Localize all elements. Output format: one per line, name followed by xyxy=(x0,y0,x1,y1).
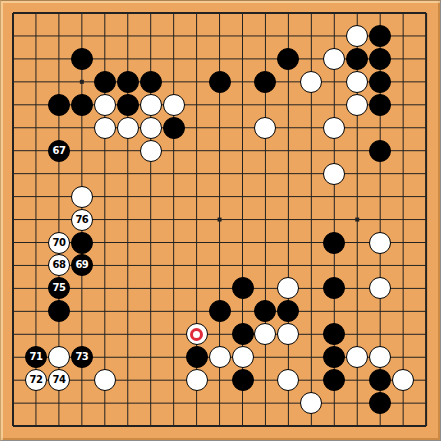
circle-marker xyxy=(190,328,203,341)
stone-white xyxy=(346,94,368,116)
stone-black xyxy=(94,71,116,93)
stone-black xyxy=(71,232,93,254)
stone-white xyxy=(232,346,254,368)
stone-black xyxy=(323,232,345,254)
stone-white xyxy=(369,232,391,254)
move-number: 76 xyxy=(75,215,88,225)
stone-black xyxy=(209,300,231,322)
stone-white xyxy=(140,94,162,116)
star-point xyxy=(218,218,222,222)
stone-black xyxy=(346,48,368,70)
star-point xyxy=(355,218,359,222)
stone-white xyxy=(163,94,185,116)
move-number: 75 xyxy=(52,283,65,293)
stone-white xyxy=(323,163,345,185)
move-number: 71 xyxy=(29,352,42,362)
move-number: 70 xyxy=(52,238,65,248)
move-number: 72 xyxy=(29,375,42,385)
stone-black xyxy=(232,369,254,391)
move-number-stone: 76 xyxy=(71,209,93,231)
move-number-stone: 73 xyxy=(71,346,93,368)
move-number-stone: 67 xyxy=(48,140,70,162)
stone-white xyxy=(94,94,116,116)
stone-white xyxy=(94,117,116,139)
stone-white xyxy=(346,71,368,93)
stone-white xyxy=(186,369,208,391)
stone-black xyxy=(369,94,391,116)
go-board[interactable]: 67767068697571737274 xyxy=(0,0,441,441)
stone-white xyxy=(140,140,162,162)
stone-white xyxy=(117,117,139,139)
stone-black xyxy=(369,48,391,70)
stone-white xyxy=(48,346,70,368)
stone-black xyxy=(48,94,70,116)
stone-white xyxy=(140,117,162,139)
move-number: 74 xyxy=(52,375,65,385)
stone-black xyxy=(163,117,185,139)
move-number-stone: 72 xyxy=(25,369,47,391)
stone-white xyxy=(209,346,231,368)
stone-black xyxy=(369,25,391,47)
stone-black xyxy=(232,277,254,299)
move-number-stone: 70 xyxy=(48,232,70,254)
stone-white xyxy=(71,186,93,208)
stone-black xyxy=(140,71,162,93)
stone-white xyxy=(186,323,208,345)
stone-black xyxy=(117,94,139,116)
star-point xyxy=(80,80,84,84)
stone-black xyxy=(369,71,391,93)
stone-white xyxy=(94,369,116,391)
stone-black xyxy=(71,94,93,116)
stone-black xyxy=(186,346,208,368)
stone-black xyxy=(209,71,231,93)
move-number: 67 xyxy=(52,146,65,156)
move-number: 69 xyxy=(75,260,88,270)
move-number-stone: 74 xyxy=(48,369,70,391)
stone-black xyxy=(232,323,254,345)
stone-black xyxy=(117,71,139,93)
move-number: 73 xyxy=(75,352,88,362)
stone-white xyxy=(323,117,345,139)
stone-black xyxy=(369,140,391,162)
move-number: 68 xyxy=(52,260,65,270)
stone-black xyxy=(71,48,93,70)
